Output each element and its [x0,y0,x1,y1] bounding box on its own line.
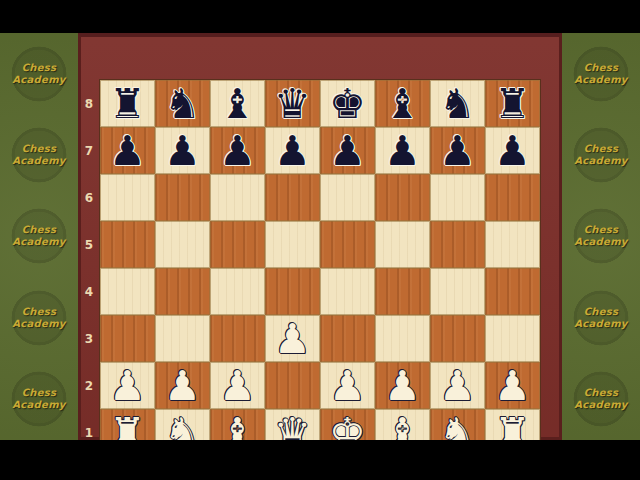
brand-text: Chess [22,224,57,236]
piece-black-rook[interactable]: ♜ [494,82,531,126]
brand-block: ChessAcademy [0,367,78,431]
square-e7[interactable]: ♟ [320,127,375,174]
brand-block: ChessAcademy [562,286,640,350]
piece-black-rook[interactable]: ♜ [109,82,146,126]
brand-block: ChessAcademy [0,286,78,350]
square-h7[interactable]: ♟ [485,127,540,174]
piece-black-knight[interactable]: ♞ [164,82,201,126]
brand-text: Chess [584,62,619,74]
brand-text: Academy [12,74,65,86]
brand-block: ChessAcademy [562,204,640,268]
square-h3[interactable] [485,315,540,362]
square-g3[interactable] [430,315,485,362]
square-d2[interactable] [265,362,320,409]
square-a5[interactable] [100,221,155,268]
brand-text: Chess [22,387,57,399]
brand-block: ChessAcademy [0,204,78,268]
piece-white-pawn[interactable]: ♟ [219,364,256,408]
square-h8[interactable]: ♜ [485,80,540,127]
piece-white-pawn[interactable]: ♟ [164,364,201,408]
piece-white-pawn[interactable]: ♟ [274,317,311,361]
square-d8[interactable]: ♛ [265,80,320,127]
piece-white-pawn[interactable]: ♟ [494,364,531,408]
square-h4[interactable] [485,268,540,315]
rank-label-2: 2 [78,362,100,409]
piece-black-knight[interactable]: ♞ [439,82,476,126]
square-f5[interactable] [375,221,430,268]
brand-text: Academy [574,155,627,167]
brand-text: Academy [574,318,627,330]
square-h5[interactable] [485,221,540,268]
square-f3[interactable] [375,315,430,362]
square-h2[interactable]: ♟ [485,362,540,409]
piece-white-pawn[interactable]: ♟ [109,364,146,408]
square-h6[interactable] [485,174,540,221]
brand-text: Academy [574,74,627,86]
brand-text: Academy [12,399,65,411]
square-g4[interactable] [430,268,485,315]
piece-white-pawn[interactable]: ♟ [439,364,476,408]
square-g7[interactable]: ♟ [430,127,485,174]
brand-block: ChessAcademy [562,367,640,431]
square-c3[interactable] [210,315,265,362]
rank-labels: 87654321 [78,80,100,456]
square-c2[interactable]: ♟ [210,362,265,409]
square-e5[interactable] [320,221,375,268]
square-c8[interactable]: ♝ [210,80,265,127]
square-g2[interactable]: ♟ [430,362,485,409]
brand-text: Chess [584,224,619,236]
stage: ChessAcademyChessAcademyChessAcademyChes… [0,33,640,440]
rank-label-3: 3 [78,315,100,362]
brand-text: Chess [584,306,619,318]
square-f7[interactable]: ♟ [375,127,430,174]
square-g6[interactable] [430,174,485,221]
rank-label-8: 8 [78,80,100,127]
square-c7[interactable]: ♟ [210,127,265,174]
piece-black-queen[interactable]: ♛ [274,82,311,126]
chess-board[interactable]: ♜♞♝♛♚♝♞♜♟♟♟♟♟♟♟♟♟♟♟♟♟♟♟♟♜♞♝♛♚♝♞♜ [100,80,540,456]
square-c5[interactable] [210,221,265,268]
brand-text: Academy [574,236,627,248]
square-e8[interactable]: ♚ [320,80,375,127]
piece-black-pawn[interactable]: ♟ [219,129,256,173]
square-b3[interactable] [155,315,210,362]
brand-block: ChessAcademy [0,42,78,106]
square-b5[interactable] [155,221,210,268]
square-f6[interactable] [375,174,430,221]
rank-label-5: 5 [78,221,100,268]
piece-black-bishop[interactable]: ♝ [384,82,421,126]
letterbox-bottom [0,440,640,480]
piece-black-pawn[interactable]: ♟ [384,129,421,173]
piece-black-bishop[interactable]: ♝ [219,82,256,126]
piece-black-pawn[interactable]: ♟ [439,129,476,173]
rank-label-4: 4 [78,268,100,315]
square-a3[interactable] [100,315,155,362]
square-a2[interactable]: ♟ [100,362,155,409]
brand-text: Academy [574,399,627,411]
square-f2[interactable]: ♟ [375,362,430,409]
brand-text: Academy [12,155,65,167]
rank-label-7: 7 [78,127,100,174]
brand-block: ChessAcademy [562,123,640,187]
square-g8[interactable]: ♞ [430,80,485,127]
brand-block: ChessAcademy [0,123,78,187]
piece-black-pawn[interactable]: ♟ [164,129,201,173]
letterbox-top [0,0,640,33]
square-d3[interactable]: ♟ [265,315,320,362]
piece-black-king[interactable]: ♚ [329,82,366,126]
rank-label-6: 6 [78,174,100,221]
brand-text: Chess [584,387,619,399]
square-d5[interactable] [265,221,320,268]
square-e6[interactable] [320,174,375,221]
square-b6[interactable] [155,174,210,221]
square-c4[interactable] [210,268,265,315]
brand-text: Chess [22,62,57,74]
brand-text: Academy [12,236,65,248]
piece-black-pawn[interactable]: ♟ [274,129,311,173]
square-e3[interactable] [320,315,375,362]
brand-text: Chess [22,306,57,318]
square-d7[interactable]: ♟ [265,127,320,174]
square-a8[interactable]: ♜ [100,80,155,127]
brand-text: Academy [12,318,65,330]
square-c6[interactable] [210,174,265,221]
brand-block: ChessAcademy [562,42,640,106]
square-e4[interactable] [320,268,375,315]
square-f8[interactable]: ♝ [375,80,430,127]
piece-white-pawn[interactable]: ♟ [384,364,421,408]
piece-white-pawn[interactable]: ♟ [329,364,366,408]
piece-black-pawn[interactable]: ♟ [494,129,531,173]
piece-black-pawn[interactable]: ♟ [109,129,146,173]
video-frame: ChessAcademyChessAcademyChessAcademyChes… [0,0,640,480]
square-b8[interactable]: ♞ [155,80,210,127]
square-a4[interactable] [100,268,155,315]
square-a6[interactable] [100,174,155,221]
square-d6[interactable] [265,174,320,221]
sponsor-panel-left: ChessAcademyChessAcademyChessAcademyChes… [0,33,78,440]
brand-text: Chess [584,143,619,155]
square-e2[interactable]: ♟ [320,362,375,409]
brand-text: Chess [22,143,57,155]
square-b2[interactable]: ♟ [155,362,210,409]
square-f4[interactable] [375,268,430,315]
square-b7[interactable]: ♟ [155,127,210,174]
sponsor-panel-right: ChessAcademyChessAcademyChessAcademyChes… [562,33,640,440]
square-d4[interactable] [265,268,320,315]
square-b4[interactable] [155,268,210,315]
piece-black-pawn[interactable]: ♟ [329,129,366,173]
square-g5[interactable] [430,221,485,268]
square-a7[interactable]: ♟ [100,127,155,174]
